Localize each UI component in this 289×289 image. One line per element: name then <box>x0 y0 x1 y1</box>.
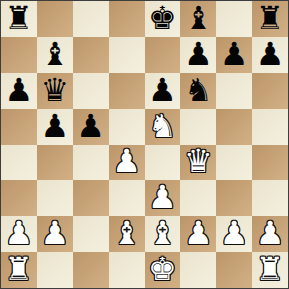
black-rook[interactable]: ♜ <box>256 2 285 34</box>
square-h1[interactable]: ♜ <box>252 252 288 288</box>
square-b6[interactable]: ♛ <box>37 73 73 109</box>
square-f8[interactable]: ♝ <box>180 1 216 37</box>
white-king[interactable]: ♚ <box>148 253 177 285</box>
black-bishop[interactable]: ♝ <box>184 2 213 34</box>
square-d3[interactable] <box>109 180 145 216</box>
square-a4[interactable] <box>1 145 37 181</box>
square-g5[interactable] <box>216 109 252 145</box>
square-g1[interactable] <box>216 252 252 288</box>
square-d6[interactable] <box>109 73 145 109</box>
square-a7[interactable] <box>1 37 37 73</box>
square-a3[interactable] <box>1 180 37 216</box>
square-a1[interactable]: ♜ <box>1 252 37 288</box>
square-h3[interactable] <box>252 180 288 216</box>
black-pawn[interactable]: ♟ <box>220 38 249 70</box>
white-bishop[interactable]: ♝ <box>112 217 141 249</box>
square-h6[interactable] <box>252 73 288 109</box>
square-a8[interactable]: ♜ <box>1 1 37 37</box>
square-g4[interactable] <box>216 145 252 181</box>
black-pawn[interactable]: ♟ <box>148 74 177 106</box>
square-b3[interactable] <box>37 180 73 216</box>
square-e3[interactable]: ♟ <box>145 180 181 216</box>
chess-board: ♜♚♝♜♝♟♟♟♟♛♟♞♟♟♞♟♛♟♟♟♝♝♟♟♟♜♚♜ <box>0 0 289 289</box>
white-pawn[interactable]: ♟ <box>148 181 177 213</box>
square-d2[interactable]: ♝ <box>109 216 145 252</box>
square-e7[interactable] <box>145 37 181 73</box>
square-c7[interactable] <box>73 37 109 73</box>
square-c4[interactable] <box>73 145 109 181</box>
square-b7[interactable]: ♝ <box>37 37 73 73</box>
white-pawn[interactable]: ♟ <box>112 145 141 177</box>
square-h8[interactable]: ♜ <box>252 1 288 37</box>
square-d5[interactable] <box>109 109 145 145</box>
square-b5[interactable]: ♟ <box>37 109 73 145</box>
square-h5[interactable] <box>252 109 288 145</box>
black-pawn[interactable]: ♟ <box>76 110 105 142</box>
square-b4[interactable] <box>37 145 73 181</box>
square-a6[interactable]: ♟ <box>1 73 37 109</box>
square-c8[interactable] <box>73 1 109 37</box>
square-f6[interactable]: ♞ <box>180 73 216 109</box>
square-b2[interactable]: ♟ <box>37 216 73 252</box>
square-c5[interactable]: ♟ <box>73 109 109 145</box>
square-a2[interactable]: ♟ <box>1 216 37 252</box>
square-e4[interactable] <box>145 145 181 181</box>
white-rook[interactable]: ♜ <box>5 253 34 285</box>
square-b8[interactable] <box>37 1 73 37</box>
white-pawn[interactable]: ♟ <box>184 217 213 249</box>
black-pawn[interactable]: ♟ <box>184 38 213 70</box>
square-e2[interactable]: ♝ <box>145 216 181 252</box>
square-c3[interactable] <box>73 180 109 216</box>
white-knight[interactable]: ♞ <box>148 110 177 142</box>
square-h7[interactable]: ♟ <box>252 37 288 73</box>
square-d7[interactable] <box>109 37 145 73</box>
white-queen[interactable]: ♛ <box>184 145 213 177</box>
square-d8[interactable] <box>109 1 145 37</box>
black-queen[interactable]: ♛ <box>40 74 69 106</box>
square-f5[interactable] <box>180 109 216 145</box>
square-e5[interactable]: ♞ <box>145 109 181 145</box>
black-knight[interactable]: ♞ <box>184 74 213 106</box>
black-rook[interactable]: ♜ <box>5 2 34 34</box>
square-e1[interactable]: ♚ <box>145 252 181 288</box>
black-pawn[interactable]: ♟ <box>256 38 285 70</box>
square-f4[interactable]: ♛ <box>180 145 216 181</box>
square-d4[interactable]: ♟ <box>109 145 145 181</box>
black-king[interactable]: ♚ <box>148 2 177 34</box>
square-f2[interactable]: ♟ <box>180 216 216 252</box>
square-c6[interactable] <box>73 73 109 109</box>
white-pawn[interactable]: ♟ <box>256 217 285 249</box>
square-e6[interactable]: ♟ <box>145 73 181 109</box>
square-h2[interactable]: ♟ <box>252 216 288 252</box>
square-f3[interactable] <box>180 180 216 216</box>
white-rook[interactable]: ♜ <box>256 253 285 285</box>
square-e8[interactable]: ♚ <box>145 1 181 37</box>
square-g8[interactable] <box>216 1 252 37</box>
black-pawn[interactable]: ♟ <box>5 74 34 106</box>
white-pawn[interactable]: ♟ <box>5 217 34 249</box>
black-pawn[interactable]: ♟ <box>40 110 69 142</box>
square-c2[interactable] <box>73 216 109 252</box>
black-bishop[interactable]: ♝ <box>40 38 69 70</box>
white-pawn[interactable]: ♟ <box>220 217 249 249</box>
white-pawn[interactable]: ♟ <box>40 217 69 249</box>
white-bishop[interactable]: ♝ <box>148 217 177 249</box>
square-g3[interactable] <box>216 180 252 216</box>
square-b1[interactable] <box>37 252 73 288</box>
square-h4[interactable] <box>252 145 288 181</box>
square-f7[interactable]: ♟ <box>180 37 216 73</box>
square-a5[interactable] <box>1 109 37 145</box>
square-g7[interactable]: ♟ <box>216 37 252 73</box>
square-g2[interactable]: ♟ <box>216 216 252 252</box>
square-g6[interactable] <box>216 73 252 109</box>
chess-board-grid: ♜♚♝♜♝♟♟♟♟♛♟♞♟♟♞♟♛♟♟♟♝♝♟♟♟♜♚♜ <box>1 1 288 288</box>
square-d1[interactable] <box>109 252 145 288</box>
square-f1[interactable] <box>180 252 216 288</box>
square-c1[interactable] <box>73 252 109 288</box>
